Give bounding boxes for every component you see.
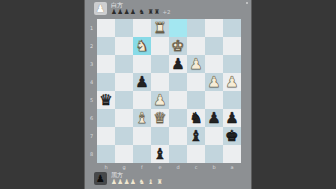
square-c7[interactable]: ♝ [187,127,205,145]
square-b1[interactable] [205,19,223,37]
piece-white-pawn[interactable]: ♟ [189,57,202,72]
square-c8[interactable] [187,145,205,163]
square-f2[interactable]: ♞ [133,37,151,55]
square-b7[interactable] [205,127,223,145]
square-g5[interactable] [115,91,133,109]
square-a8[interactable] [223,145,241,163]
piece-white-pawn[interactable]: ♟ [207,75,220,90]
piece-black-pawn[interactable]: ♟ [225,111,238,126]
square-a3[interactable] [223,55,241,73]
piece-white-rook[interactable]: ♜ [153,21,166,36]
square-g6[interactable] [115,109,133,127]
square-d2[interactable]: ♚ [169,37,187,55]
square-h1[interactable] [97,19,115,37]
square-b2[interactable] [205,37,223,55]
piece-white-knight[interactable]: ♞ [135,39,148,54]
piece-black-pawn[interactable]: ♟ [135,75,148,90]
file-label-g: g [115,163,133,170]
rank-label-6: 6 [87,109,96,127]
file-label-a: a [223,163,241,170]
square-c5[interactable] [187,91,205,109]
file-label-c: c [187,163,205,170]
square-a2[interactable] [223,37,241,55]
square-f1[interactable] [133,19,151,37]
rank-label-8: 8 [87,145,96,163]
square-f5[interactable] [133,91,151,109]
square-f6[interactable]: ♝ [133,109,151,127]
piece-white-bishop[interactable]: ♝ [135,111,148,126]
rank-labels: 12345678 [87,19,96,163]
bottom-captured-glyphs: ♟♟♟♟ ♞ ♝ ♜ [111,178,163,186]
square-d5[interactable] [169,91,187,109]
square-a5[interactable] [223,91,241,109]
square-a4[interactable]: ♟ [223,73,241,91]
piece-white-king[interactable]: ♚ [171,39,184,54]
square-g8[interactable] [115,145,133,163]
square-e3[interactable] [151,55,169,73]
file-label-f: f [133,163,151,170]
square-d4[interactable] [169,73,187,91]
piece-white-pawn[interactable]: ♟ [153,93,166,108]
rank-label-5: 5 [87,91,96,109]
piece-black-bishop[interactable]: ♝ [153,147,166,162]
square-e8[interactable]: ♝ [151,145,169,163]
square-a6[interactable]: ♟ [223,109,241,127]
square-e7[interactable] [151,127,169,145]
square-d1[interactable] [169,19,187,37]
square-e5[interactable]: ♟ [151,91,169,109]
bottom-player-avatar[interactable]: ♟ [94,172,107,185]
black-piece-icon: ♟ [96,174,105,184]
square-d6[interactable] [169,109,187,127]
top-player-bar: ♟ 白方 ♟♟♟♟ ♞ ♜♜+2 [94,1,244,17]
square-c6[interactable]: ♞ [187,109,205,127]
chess-app-panel: ♟ 白方 ♟♟♟♟ ♞ ♜♜+2 12345678 ♜♞♚♟♟♟♟♟♛♟♝♛♞♟… [84,0,252,189]
square-b6[interactable]: ♟ [205,109,223,127]
square-a7[interactable]: ♚ [223,127,241,145]
top-captured-glyphs: ♟♟♟♟ ♞ ♜♜ [111,8,160,16]
square-h6[interactable] [97,109,115,127]
square-f8[interactable] [133,145,151,163]
square-d8[interactable] [169,145,187,163]
rank-label-4: 4 [87,73,96,91]
file-label-d: d [169,163,187,170]
piece-black-pawn[interactable]: ♟ [207,111,220,126]
square-f4[interactable]: ♟ [133,73,151,91]
square-h7[interactable] [97,127,115,145]
bottom-captured-pieces: ♟♟♟♟ ♞ ♝ ♜ [111,178,163,186]
file-label-h: h [97,163,115,170]
square-g1[interactable] [115,19,133,37]
square-g3[interactable] [115,55,133,73]
top-captured-pieces: ♟♟♟♟ ♞ ♜♜+2 [111,8,171,16]
rank-label-1: 1 [87,19,96,37]
square-e2[interactable] [151,37,169,55]
square-f7[interactable] [133,127,151,145]
menu-dot-icon[interactable] [246,2,248,4]
square-d7[interactable] [169,127,187,145]
file-label-b: b [205,163,223,170]
square-g4[interactable] [115,73,133,91]
square-c3[interactable]: ♟ [187,55,205,73]
piece-white-pawn[interactable]: ♟ [225,75,238,90]
piece-black-knight[interactable]: ♞ [189,111,202,126]
square-b4[interactable]: ♟ [205,73,223,91]
top-player-name: 白方 [111,1,123,8]
file-labels: hgfedcba [97,163,241,170]
square-c2[interactable] [187,37,205,55]
material-score: +2 [162,9,170,15]
piece-black-king[interactable]: ♚ [225,129,238,144]
square-b5[interactable] [205,91,223,109]
piece-black-bishop[interactable]: ♝ [189,129,202,144]
square-f3[interactable] [133,55,151,73]
square-e1[interactable]: ♜ [151,19,169,37]
rank-label-2: 2 [87,37,96,55]
chess-board[interactable]: ♜♞♚♟♟♟♟♟♛♟♝♛♞♟♟♝♚♝ [97,19,241,163]
square-g7[interactable] [115,127,133,145]
top-player-avatar[interactable]: ♟ [94,2,107,15]
square-g2[interactable] [115,37,133,55]
square-h4[interactable] [97,73,115,91]
square-e6[interactable]: ♛ [151,109,169,127]
piece-black-queen[interactable]: ♛ [99,93,112,108]
square-h5[interactable]: ♛ [97,91,115,109]
white-piece-icon: ♟ [96,4,105,14]
square-h8[interactable] [97,145,115,163]
app-background: ♟ 白方 ♟♟♟♟ ♞ ♜♜+2 12345678 ♜♞♚♟♟♟♟♟♛♟♝♛♞♟… [0,0,336,189]
piece-black-pawn[interactable]: ♟ [171,57,184,72]
square-c1[interactable] [187,19,205,37]
bottom-player-bar: ♟ 黑方 ♟♟♟♟ ♞ ♝ ♜ [94,171,244,187]
square-d3[interactable]: ♟ [169,55,187,73]
rank-label-3: 3 [87,55,96,73]
bottom-player-name: 黑方 [111,171,123,178]
square-h3[interactable] [97,55,115,73]
piece-white-queen[interactable]: ♛ [153,111,166,126]
square-c4[interactable] [187,73,205,91]
square-h2[interactable] [97,37,115,55]
square-e4[interactable] [151,73,169,91]
rank-label-7: 7 [87,127,96,145]
square-a1[interactable] [223,19,241,37]
square-b8[interactable] [205,145,223,163]
file-label-e: e [151,163,169,170]
square-b3[interactable] [205,55,223,73]
